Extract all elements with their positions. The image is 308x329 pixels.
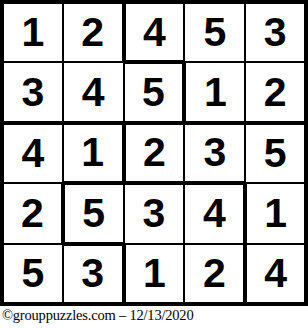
cell-r2c3: 5 (124, 62, 185, 122)
cell-r4c3: 3 (124, 183, 185, 243)
cell-r1c2: 2 (63, 2, 124, 62)
cell-r1c1: 1 (2, 2, 63, 62)
cell-r5c2: 3 (63, 244, 124, 304)
cell-r2c5: 2 (245, 62, 306, 122)
cell-r3c5: 5 (245, 123, 306, 183)
puzzle-page: 1245334512412352534153124 ©grouppuzzles.… (0, 0, 308, 329)
cell-r4c4: 4 (184, 183, 245, 243)
cell-r2c4: 1 (184, 62, 245, 122)
copyright-caption: ©grouppuzzles.com – 12/13/2020 (2, 307, 193, 324)
cell-r3c3: 2 (124, 123, 185, 183)
cell-r2c2: 4 (63, 62, 124, 122)
cell-r3c2: 1 (63, 123, 124, 183)
cell-r1c5: 3 (245, 2, 306, 62)
cell-r4c2: 5 (63, 183, 124, 243)
cell-r4c5: 1 (245, 183, 306, 243)
cell-r2c1: 3 (2, 62, 63, 122)
cell-r5c4: 2 (184, 244, 245, 304)
cell-r1c4: 5 (184, 2, 245, 62)
cell-r5c1: 5 (2, 244, 63, 304)
cell-r5c3: 1 (124, 244, 185, 304)
sudoku5-board: 1245334512412352534153124 (0, 0, 308, 306)
cell-r4c1: 2 (2, 183, 63, 243)
cell-r1c3: 4 (124, 2, 185, 62)
cell-r3c1: 4 (2, 123, 63, 183)
cell-r5c5: 4 (245, 244, 306, 304)
cell-r3c4: 3 (184, 123, 245, 183)
